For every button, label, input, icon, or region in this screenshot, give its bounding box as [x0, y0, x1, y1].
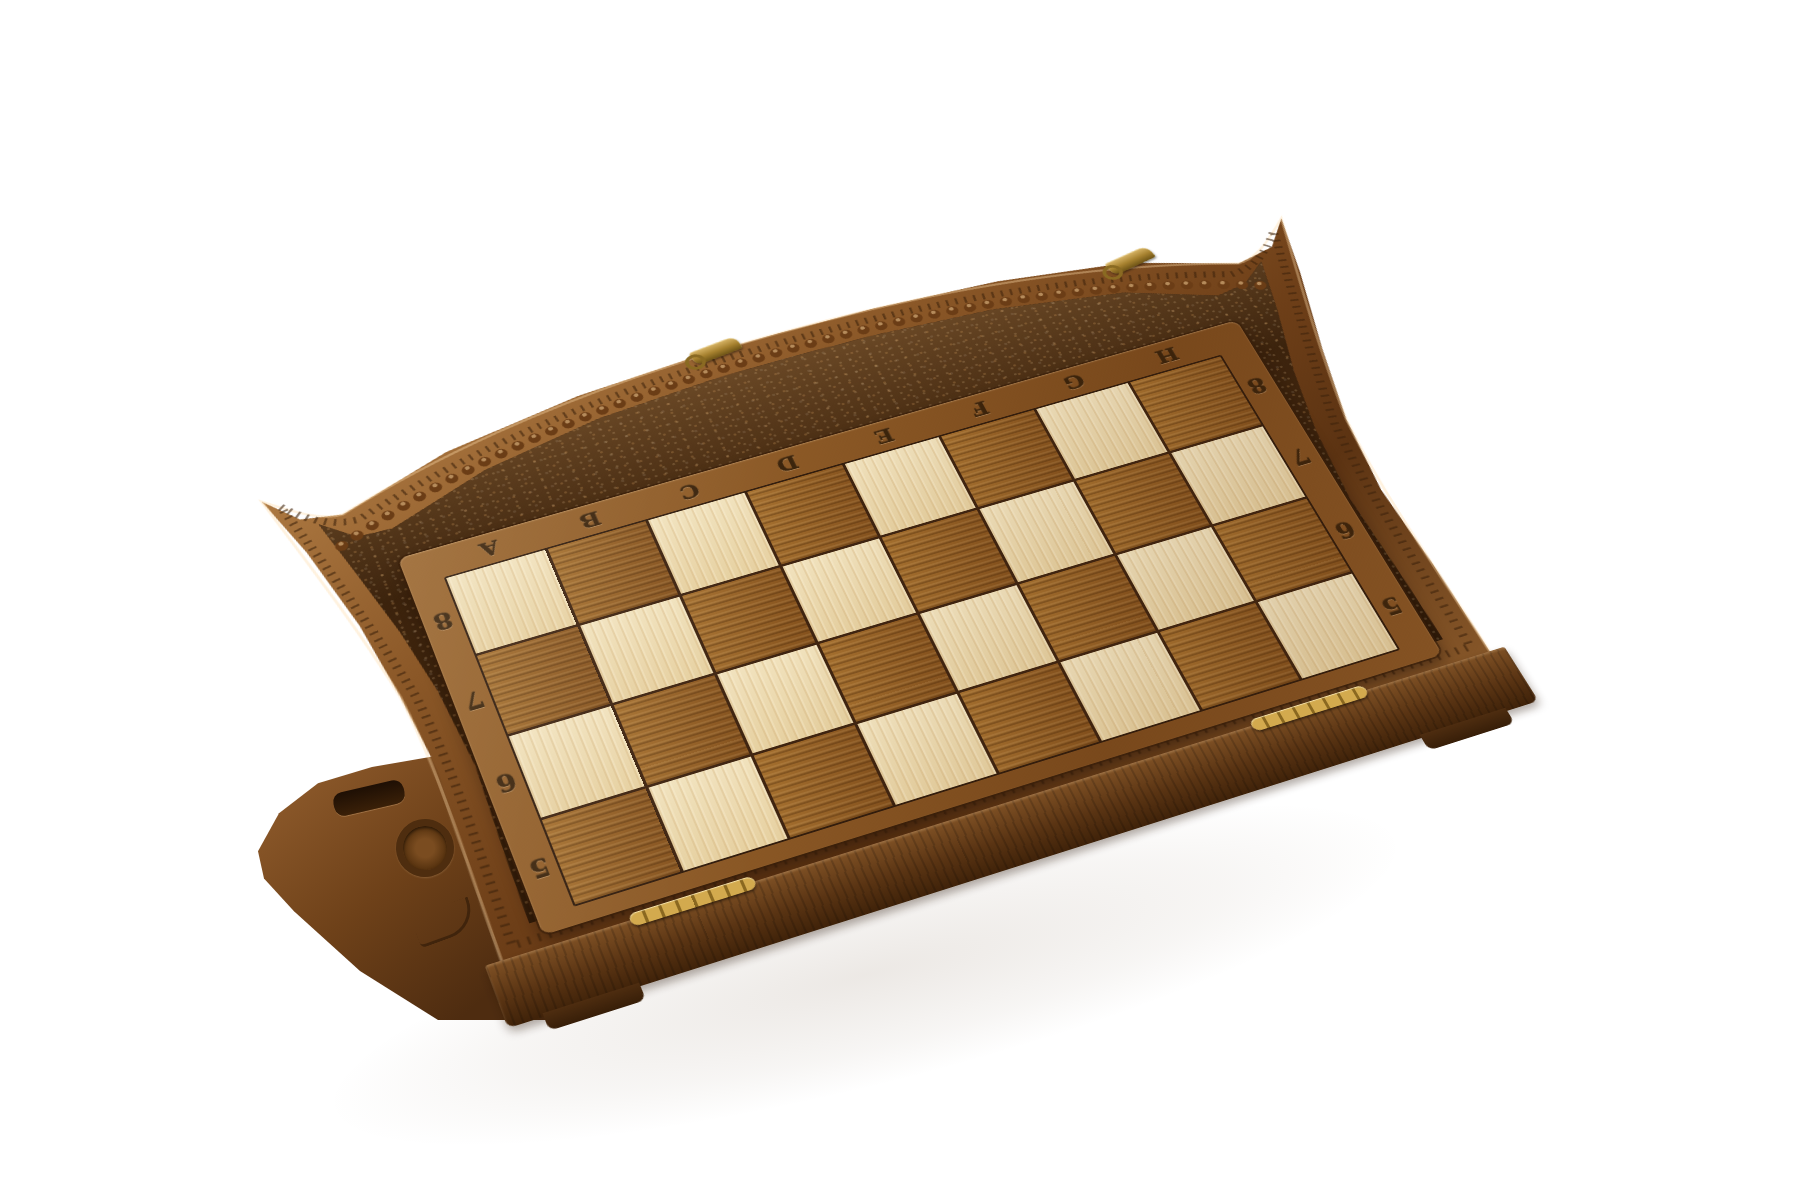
product-photo-scene: ABCDEFGH 8765 8765 [0, 0, 1800, 1200]
case-foot-right [1420, 708, 1515, 751]
